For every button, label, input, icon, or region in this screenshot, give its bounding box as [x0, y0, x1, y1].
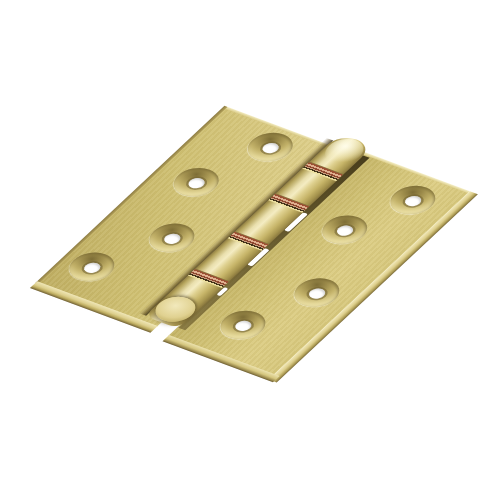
phosphor-bronze-washer-3: [228, 231, 270, 251]
hinge: [30, 108, 470, 382]
screw-hole-bore: [333, 224, 356, 238]
screw-hole-bore: [160, 232, 183, 246]
phosphor-bronze-washer-4: [188, 268, 230, 288]
product-photo-background: [0, 0, 500, 500]
screw-hole-bore: [259, 141, 282, 155]
screw-hole-bore: [80, 261, 103, 275]
screw-hole-bore: [305, 287, 328, 301]
screw-hole-bore: [185, 176, 208, 190]
phosphor-bronze-washer-2: [268, 193, 310, 213]
phosphor-bronze-washer-1: [302, 162, 344, 182]
screw-hole-bore: [401, 194, 424, 208]
screw-hole-bore: [231, 319, 254, 333]
